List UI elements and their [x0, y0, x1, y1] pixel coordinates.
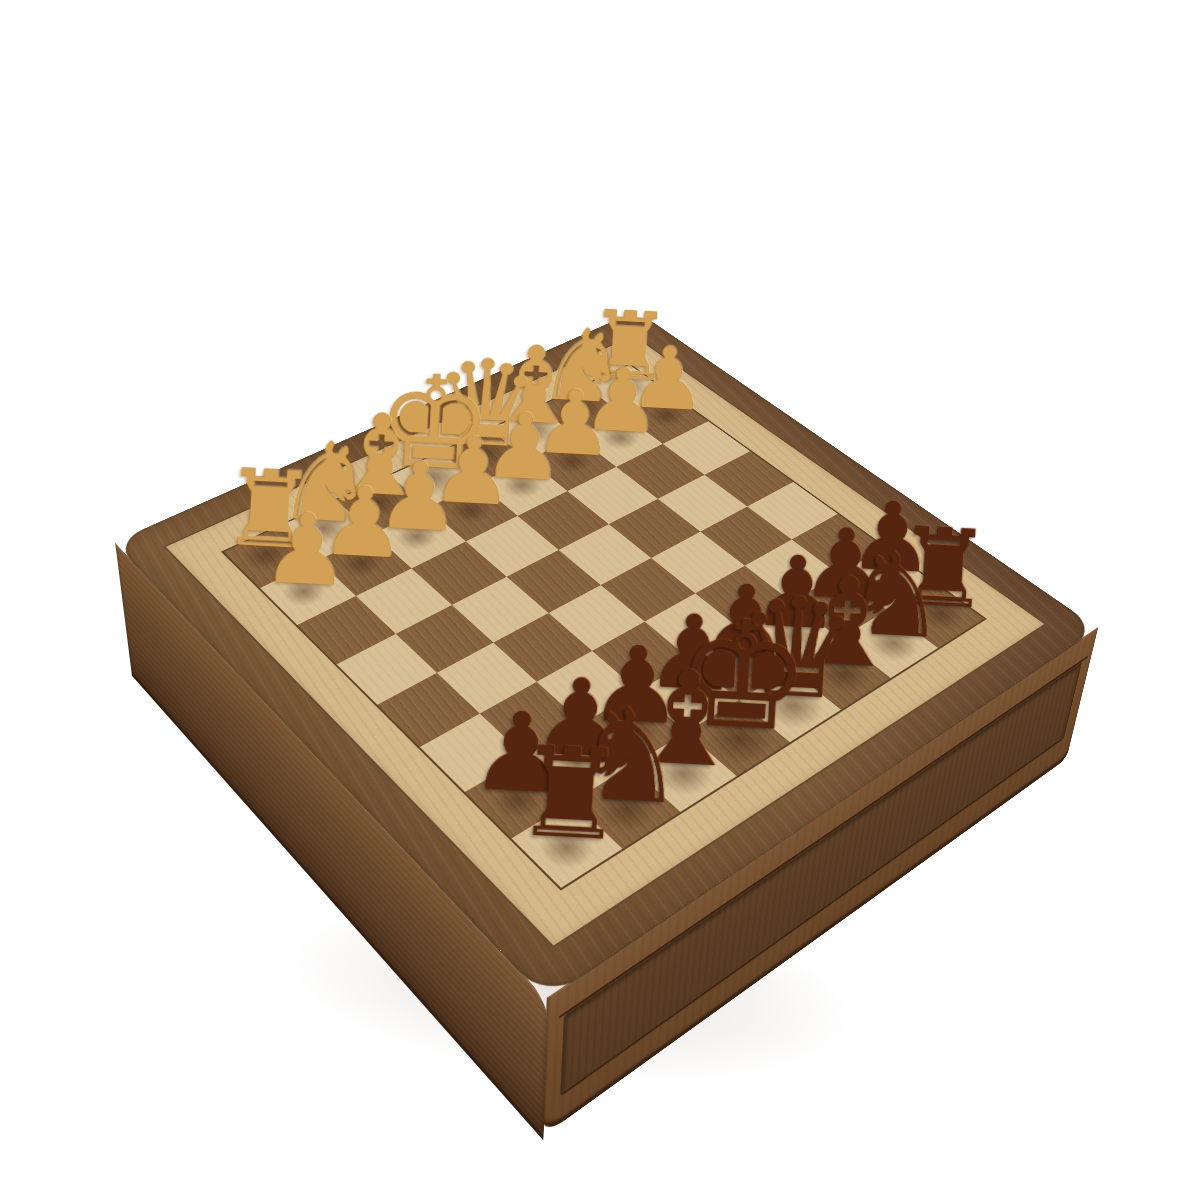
product-photo-stage: ♜♞♝♚♛♝♞♜♟♟♟♟♟♟♟♟♟♟♟♟♟♟♟♟♜♞♝♚♛♝♞♜ — [0, 0, 1200, 1200]
pawn-glyph: ♟ — [260, 502, 352, 599]
rook-glyph: ♜ — [511, 734, 628, 857]
chess-piece-white-pawn[interactable]: ♟ — [260, 502, 352, 599]
scene: ♜♞♝♚♛♝♞♜♟♟♟♟♟♟♟♟♟♟♟♟♟♟♟♟♜♞♝♚♛♝♞♜ — [0, 0, 1200, 1200]
chess-box: ♜♞♝♚♛♝♞♜♟♟♟♟♟♟♟♟♟♟♟♟♟♟♟♟♜♞♝♚♛♝♞♜ — [113, 311, 1099, 1001]
chess-piece-black-rook[interactable]: ♜ — [511, 734, 628, 857]
